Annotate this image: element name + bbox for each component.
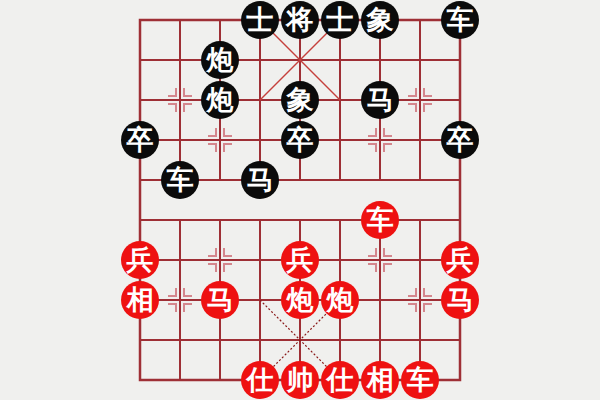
black-cannon[interactable]: 炮 xyxy=(201,81,239,119)
xiangqi-board[interactable]: 士将士象车炮炮象马卒卒卒车马车兵兵兵相马炮炮马仕帅仕相车 xyxy=(120,0,480,400)
red-cannon[interactable]: 炮 xyxy=(281,281,319,319)
black-cannon[interactable]: 炮 xyxy=(201,41,239,79)
xiangqi-board-screen: 士将士象车炮炮象马卒卒卒车马车兵兵兵相马炮炮马仕帅仕相车 xyxy=(0,0,600,400)
red-advisor[interactable]: 仕 xyxy=(321,361,359,399)
red-soldier[interactable]: 兵 xyxy=(281,241,319,279)
red-cannon[interactable]: 炮 xyxy=(321,281,359,319)
red-elephant[interactable]: 相 xyxy=(121,281,159,319)
red-soldier[interactable]: 兵 xyxy=(441,241,479,279)
black-soldier[interactable]: 卒 xyxy=(121,121,159,159)
red-chariot[interactable]: 车 xyxy=(401,361,439,399)
black-soldier[interactable]: 卒 xyxy=(441,121,479,159)
red-general[interactable]: 帅 xyxy=(281,361,319,399)
red-horse[interactable]: 马 xyxy=(441,281,479,319)
red-soldier[interactable]: 兵 xyxy=(121,241,159,279)
red-chariot[interactable]: 车 xyxy=(361,201,399,239)
black-chariot[interactable]: 车 xyxy=(441,1,479,39)
red-horse[interactable]: 马 xyxy=(201,281,239,319)
red-elephant[interactable]: 相 xyxy=(361,361,399,399)
black-horse[interactable]: 马 xyxy=(241,161,279,199)
black-general[interactable]: 将 xyxy=(281,1,319,39)
black-soldier[interactable]: 卒 xyxy=(281,121,319,159)
red-advisor[interactable]: 仕 xyxy=(241,361,279,399)
black-advisor[interactable]: 士 xyxy=(241,1,279,39)
black-elephant[interactable]: 象 xyxy=(281,81,319,119)
black-chariot[interactable]: 车 xyxy=(161,161,199,199)
black-advisor[interactable]: 士 xyxy=(321,1,359,39)
black-elephant[interactable]: 象 xyxy=(361,1,399,39)
black-horse[interactable]: 马 xyxy=(361,81,399,119)
